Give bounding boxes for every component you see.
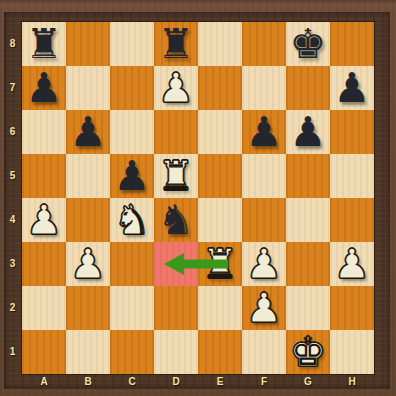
piece-black-pawn-b6[interactable]: ♟ — [70, 110, 107, 154]
piece-black-rook-a8[interactable]: ♜ — [26, 22, 63, 66]
square-h3[interactable]: ♟ — [330, 242, 374, 286]
square-f2[interactable]: ♟ — [242, 286, 286, 330]
square-g8[interactable]: ♚ — [286, 22, 330, 66]
piece-white-pawn-b3[interactable]: ♟ — [70, 242, 107, 286]
square-g2[interactable] — [286, 286, 330, 330]
piece-black-pawn-a7[interactable]: ♟ — [26, 66, 63, 110]
piece-black-pawn-g6[interactable]: ♟ — [290, 110, 327, 154]
piece-white-rook-e3[interactable]: ♜ — [202, 242, 239, 286]
piece-black-knight-d4[interactable]: ♞ — [158, 198, 195, 242]
square-e7[interactable] — [198, 66, 242, 110]
square-c5[interactable]: ♟ — [110, 154, 154, 198]
square-g4[interactable] — [286, 198, 330, 242]
square-b2[interactable] — [66, 286, 110, 330]
square-e3[interactable]: ♜ — [198, 242, 242, 286]
square-b5[interactable] — [66, 154, 110, 198]
square-f3[interactable]: ♟ — [242, 242, 286, 286]
piece-white-rook-d5[interactable]: ♜ — [158, 154, 195, 198]
square-h5[interactable] — [330, 154, 374, 198]
piece-black-rook-d8[interactable]: ♜ — [158, 22, 195, 66]
square-h6[interactable] — [330, 110, 374, 154]
square-d5[interactable]: ♜ — [154, 154, 198, 198]
square-c8[interactable] — [110, 22, 154, 66]
square-d1[interactable] — [154, 330, 198, 374]
square-b7[interactable] — [66, 66, 110, 110]
square-a2[interactable] — [22, 286, 66, 330]
square-f1[interactable] — [242, 330, 286, 374]
square-h7[interactable]: ♟ — [330, 66, 374, 110]
square-f6[interactable]: ♟ — [242, 110, 286, 154]
piece-white-knight-c4[interactable]: ♞ — [114, 198, 151, 242]
square-f7[interactable] — [242, 66, 286, 110]
square-d6[interactable] — [154, 110, 198, 154]
square-f5[interactable] — [242, 154, 286, 198]
square-a6[interactable] — [22, 110, 66, 154]
square-c4[interactable]: ♞ — [110, 198, 154, 242]
square-e5[interactable] — [198, 154, 242, 198]
piece-black-pawn-h7[interactable]: ♟ — [334, 66, 371, 110]
chess-board: ♜♜♚♟♟♟♟♟♟♟♜♟♞♞♟♜♟♟♟♚ — [22, 22, 374, 374]
square-a5[interactable] — [22, 154, 66, 198]
piece-white-pawn-d7[interactable]: ♟ — [158, 66, 195, 110]
square-g7[interactable] — [286, 66, 330, 110]
square-e4[interactable] — [198, 198, 242, 242]
square-c1[interactable] — [110, 330, 154, 374]
square-e6[interactable] — [198, 110, 242, 154]
piece-white-pawn-f3[interactable]: ♟ — [246, 242, 283, 286]
square-a4[interactable]: ♟ — [22, 198, 66, 242]
square-a1[interactable] — [22, 330, 66, 374]
chessboard-app: ♜♜♚♟♟♟♟♟♟♟♜♟♞♞♟♜♟♟♟♚ 87654321ABCDEFGH — [0, 0, 396, 396]
square-d4[interactable]: ♞ — [154, 198, 198, 242]
square-g5[interactable] — [286, 154, 330, 198]
square-a3[interactable] — [22, 242, 66, 286]
square-h2[interactable] — [330, 286, 374, 330]
square-b4[interactable] — [66, 198, 110, 242]
square-f4[interactable] — [242, 198, 286, 242]
piece-white-pawn-h3[interactable]: ♟ — [334, 242, 371, 286]
square-a8[interactable]: ♜ — [22, 22, 66, 66]
square-d2[interactable] — [154, 286, 198, 330]
square-e8[interactable] — [198, 22, 242, 66]
square-b6[interactable]: ♟ — [66, 110, 110, 154]
square-e2[interactable] — [198, 286, 242, 330]
square-c3[interactable] — [110, 242, 154, 286]
square-e1[interactable] — [198, 330, 242, 374]
square-g6[interactable]: ♟ — [286, 110, 330, 154]
square-d7[interactable]: ♟ — [154, 66, 198, 110]
square-g3[interactable] — [286, 242, 330, 286]
square-d8[interactable]: ♜ — [154, 22, 198, 66]
piece-white-pawn-a4[interactable]: ♟ — [26, 198, 63, 242]
square-c2[interactable] — [110, 286, 154, 330]
square-h4[interactable] — [330, 198, 374, 242]
piece-white-pawn-f2[interactable]: ♟ — [246, 286, 283, 330]
piece-white-king-g1[interactable]: ♚ — [290, 330, 327, 374]
square-c7[interactable] — [110, 66, 154, 110]
square-f8[interactable] — [242, 22, 286, 66]
square-d3[interactable] — [154, 242, 198, 286]
square-a7[interactable]: ♟ — [22, 66, 66, 110]
piece-black-pawn-f6[interactable]: ♟ — [246, 110, 283, 154]
square-b1[interactable] — [66, 330, 110, 374]
square-h1[interactable] — [330, 330, 374, 374]
square-c6[interactable] — [110, 110, 154, 154]
square-b3[interactable]: ♟ — [66, 242, 110, 286]
piece-black-king-g8[interactable]: ♚ — [290, 22, 327, 66]
piece-black-pawn-c5[interactable]: ♟ — [114, 154, 151, 198]
square-g1[interactable]: ♚ — [286, 330, 330, 374]
square-h8[interactable] — [330, 22, 374, 66]
square-b8[interactable] — [66, 22, 110, 66]
